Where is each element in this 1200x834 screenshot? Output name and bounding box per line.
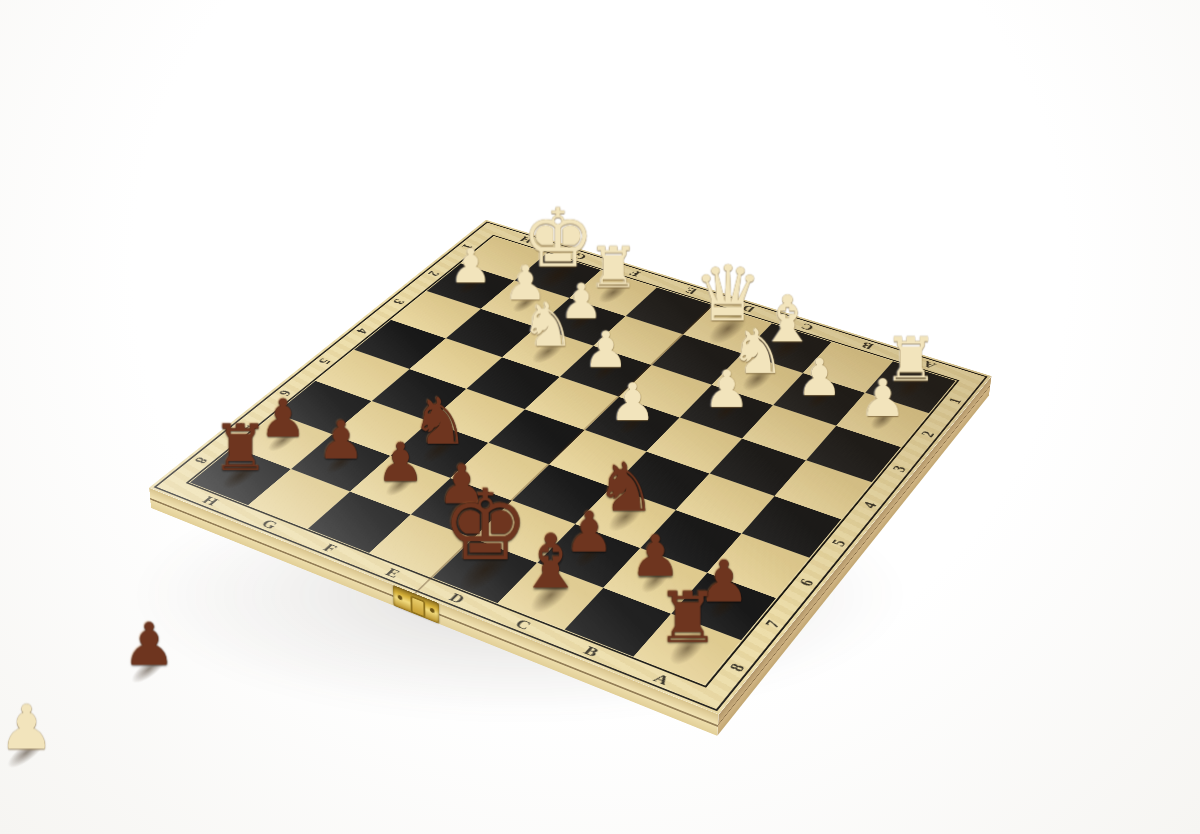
clasp-screw-icon (430, 607, 435, 613)
piece-glyph: ♟ (808, 372, 957, 424)
product-photo: 8877665544332211HHGGFFEEDDCCBBAA ♚♟♜♟♟♛♞… (0, 0, 1200, 834)
piece-glyph: ♟ (0, 696, 115, 757)
scene: 8877665544332211HHGGFFEEDDCCBBAA ♚♟♜♟♟♛♞… (0, 0, 1200, 834)
piece-glyph: ♟ (64, 615, 233, 674)
clasp-screw-icon (398, 594, 403, 600)
piece-glyph: ♟ (558, 376, 707, 428)
chess-board: 8877665544332211HHGGFFEEDDCCBBAA ♚♟♜♟♟♛♞… (149, 220, 992, 715)
clasp-hook-icon (410, 595, 425, 618)
piece-glyph: ♜ (164, 416, 318, 480)
piece-glyph: ♜ (603, 583, 773, 653)
